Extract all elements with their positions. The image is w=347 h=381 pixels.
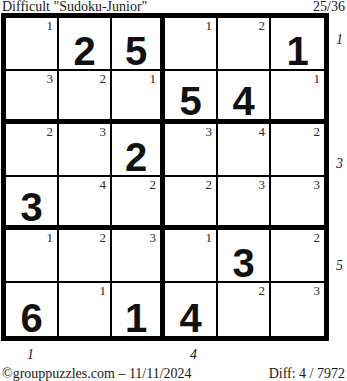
cell-r4c1[interactable]: 3 bbox=[6, 177, 59, 230]
corner-mark: 4 bbox=[259, 125, 266, 138]
corner-mark: 2 bbox=[259, 19, 266, 32]
cell-r2c5[interactable]: 4 bbox=[218, 71, 271, 124]
corner-mark: 2 bbox=[314, 231, 321, 244]
corner-mark: 3 bbox=[259, 178, 266, 191]
sudoku-board: 125121321541232342342233123132611423 bbox=[1, 13, 329, 341]
cell-r1c6[interactable]: 1 bbox=[271, 18, 324, 71]
cell-value: 3 bbox=[6, 191, 57, 224]
cell-r5c2[interactable]: 2 bbox=[59, 230, 112, 283]
cell-r3c5[interactable]: 4 bbox=[218, 124, 271, 177]
corner-mark: 2 bbox=[314, 125, 321, 138]
corner-mark: 1 bbox=[47, 231, 54, 244]
cell-r2c1[interactable]: 3 bbox=[6, 71, 59, 124]
corner-mark: 2 bbox=[259, 284, 266, 297]
corner-mark: 2 bbox=[206, 178, 213, 191]
cell-r6c5[interactable]: 2 bbox=[218, 283, 271, 336]
cell-value: 5 bbox=[112, 35, 160, 68]
cell-r4c4[interactable]: 2 bbox=[165, 177, 218, 230]
cell-value: 2 bbox=[59, 35, 110, 68]
cell-r4c2[interactable]: 4 bbox=[59, 177, 112, 230]
cell-r1c5[interactable]: 2 bbox=[218, 18, 271, 71]
corner-mark: 3 bbox=[150, 231, 157, 244]
cell-r6c6[interactable]: 3 bbox=[271, 283, 324, 336]
cell-r3c4[interactable]: 3 bbox=[165, 124, 218, 177]
cell-r1c4[interactable]: 1 bbox=[165, 18, 218, 71]
cell-value: 5 bbox=[165, 85, 216, 118]
cell-r6c2[interactable]: 1 bbox=[59, 283, 112, 336]
row-label-3: 3 bbox=[336, 157, 343, 170]
corner-mark: 2 bbox=[100, 72, 107, 85]
corner-mark: 1 bbox=[47, 19, 54, 32]
row-label-5: 5 bbox=[336, 259, 343, 272]
puzzle-page: Difficult "Sudoku-Junior" 25/36 12512132… bbox=[0, 0, 347, 381]
row-label-1: 1 bbox=[336, 33, 343, 46]
cell-r2c4[interactable]: 5 bbox=[165, 71, 218, 124]
cell-r6c4[interactable]: 4 bbox=[165, 283, 218, 336]
cell-value: 1 bbox=[112, 302, 160, 335]
cell-value: 2 bbox=[112, 141, 160, 174]
corner-mark: 2 bbox=[150, 178, 157, 191]
cell-r3c2[interactable]: 3 bbox=[59, 124, 112, 177]
cell-value: 1 bbox=[271, 35, 324, 68]
cell-r1c3[interactable]: 5 bbox=[112, 18, 165, 71]
corner-mark: 3 bbox=[47, 72, 54, 85]
cell-r5c5[interactable]: 3 bbox=[218, 230, 271, 283]
corner-mark: 3 bbox=[314, 284, 321, 297]
cell-value: 4 bbox=[165, 302, 216, 335]
cell-r5c1[interactable]: 1 bbox=[6, 230, 59, 283]
corner-mark: 3 bbox=[206, 125, 213, 138]
cell-r3c1[interactable]: 2 bbox=[6, 124, 59, 177]
corner-mark: 3 bbox=[314, 178, 321, 191]
corner-mark: 1 bbox=[314, 72, 321, 85]
cell-r2c2[interactable]: 2 bbox=[59, 71, 112, 124]
corner-mark: 2 bbox=[47, 125, 54, 138]
difficulty-text: Diff: 4 / 7972 bbox=[269, 366, 345, 381]
corner-mark: 1 bbox=[100, 284, 107, 297]
cell-r4c6[interactable]: 3 bbox=[271, 177, 324, 230]
cell-r4c3[interactable]: 2 bbox=[112, 177, 165, 230]
corner-mark: 3 bbox=[100, 125, 107, 138]
cell-r6c3[interactable]: 1 bbox=[112, 283, 165, 336]
copyright-text: ©grouppuzzles.com – 11/11/2024 bbox=[2, 366, 192, 381]
corner-mark: 4 bbox=[100, 178, 107, 191]
cell-value: 3 bbox=[218, 247, 269, 280]
cell-r2c3[interactable]: 1 bbox=[112, 71, 165, 124]
cell-r1c1[interactable]: 1 bbox=[6, 18, 59, 71]
cell-r3c6[interactable]: 2 bbox=[271, 124, 324, 177]
cell-value: 4 bbox=[218, 85, 269, 118]
col-label-4: 4 bbox=[190, 348, 197, 362]
cell-r5c6[interactable]: 2 bbox=[271, 230, 324, 283]
corner-mark: 2 bbox=[100, 231, 107, 244]
cell-r6c1[interactable]: 6 bbox=[6, 283, 59, 336]
cell-r3c3[interactable]: 2 bbox=[112, 124, 165, 177]
corner-mark: 1 bbox=[206, 231, 213, 244]
cell-r1c2[interactable]: 2 bbox=[59, 18, 112, 71]
cell-r5c4[interactable]: 1 bbox=[165, 230, 218, 283]
corner-mark: 1 bbox=[206, 19, 213, 32]
cell-r5c3[interactable]: 3 bbox=[112, 230, 165, 283]
corner-mark: 1 bbox=[150, 72, 157, 85]
cell-r4c5[interactable]: 3 bbox=[218, 177, 271, 230]
cell-value: 6 bbox=[6, 302, 57, 335]
cell-r2c6[interactable]: 1 bbox=[271, 71, 324, 124]
col-label-1: 1 bbox=[27, 348, 34, 362]
